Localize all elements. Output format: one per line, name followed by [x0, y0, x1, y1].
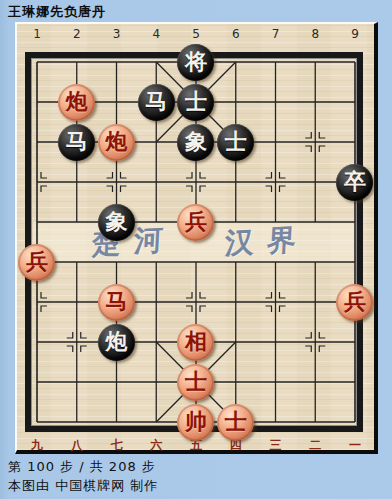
credit-line: 本图由 中国棋牌网 制作: [8, 477, 158, 495]
top-label-1: 1: [33, 27, 41, 41]
top-label-5: 5: [192, 27, 200, 41]
piece-black-advisor[interactable]: 士: [217, 124, 254, 161]
piece-red-advisor[interactable]: 士: [217, 404, 254, 441]
piece-black-horse[interactable]: 马: [58, 124, 95, 161]
top-label-8: 8: [311, 27, 319, 41]
board-panel: 123456789 九八七六五四三二一 楚河 汉界 将马士马象士卒象炮炮炮兵兵马…: [15, 22, 378, 454]
top-label-2: 2: [73, 27, 81, 41]
piece-red-cannon[interactable]: 炮: [58, 84, 95, 121]
xiangqi-board[interactable]: 楚河 汉界 将马士马象士卒象炮炮炮兵兵马兵相士帅士: [25, 52, 363, 432]
top-label-9: 9: [351, 27, 359, 41]
piece-black-elephant[interactable]: 象: [177, 124, 214, 161]
piece-red-cannon[interactable]: 炮: [98, 124, 135, 161]
move-counter: 第 100 步 / 共 208 步: [8, 458, 156, 476]
piece-red-elephant[interactable]: 相: [177, 324, 214, 361]
piece-black-cannon[interactable]: 炮: [98, 324, 135, 361]
piece-black-advisor[interactable]: 士: [177, 84, 214, 121]
piece-black-general[interactable]: 将: [177, 44, 214, 81]
piece-red-advisor[interactable]: 士: [177, 364, 214, 401]
piece-black-horse[interactable]: 马: [138, 84, 175, 121]
top-label-4: 4: [152, 27, 160, 41]
top-label-7: 7: [272, 27, 280, 41]
screen: 王琳娜先负唐丹 123456789 九八七六五四三二一 楚河 汉界 将马士马象士…: [0, 0, 392, 499]
piece-black-soldier[interactable]: 卒: [336, 164, 373, 201]
piece-red-horse[interactable]: 马: [98, 284, 135, 321]
page-title: 王琳娜先负唐丹: [8, 3, 106, 21]
piece-red-soldier[interactable]: 兵: [18, 244, 55, 281]
top-label-3: 3: [113, 27, 121, 41]
piece-red-general[interactable]: 帅: [177, 404, 214, 441]
top-label-6: 6: [232, 27, 240, 41]
piece-black-elephant[interactable]: 象: [98, 204, 135, 241]
piece-red-soldier[interactable]: 兵: [177, 204, 214, 241]
piece-red-soldier[interactable]: 兵: [336, 284, 373, 321]
pieces-grid: 将马士马象士卒象炮炮炮兵兵马兵相士帅士: [17, 42, 375, 442]
